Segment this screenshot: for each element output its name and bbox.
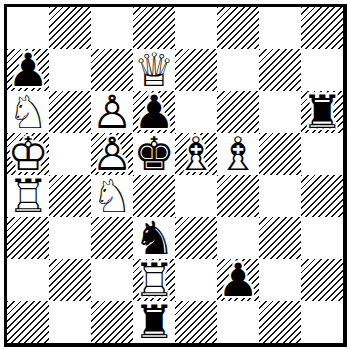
square-h5[interactable] [301,133,343,175]
square-g6[interactable] [259,91,301,133]
square-c8[interactable] [91,7,133,49]
square-b4[interactable] [49,175,91,217]
square-a3[interactable] [7,217,49,259]
square-b1[interactable] [49,301,91,343]
square-h3[interactable] [301,217,343,259]
black-rook-icon: ♜ [301,91,343,133]
white-knight-c4[interactable]: ♞♘ [91,175,133,217]
black-king-d5[interactable]: ♚ [133,133,175,175]
square-g5[interactable] [259,133,301,175]
black-pawn-f2[interactable]: ♟ [217,259,259,301]
square-f7[interactable] [217,49,259,91]
square-e4[interactable] [175,175,217,217]
square-f8[interactable] [217,7,259,49]
square-d5[interactable]: ♚ [133,133,175,175]
square-b3[interactable] [49,217,91,259]
square-b2[interactable] [49,259,91,301]
square-h4[interactable] [301,175,343,217]
square-f1[interactable] [217,301,259,343]
square-e5[interactable]: ♝♗ [175,133,217,175]
black-pawn-icon: ♟ [217,259,259,301]
square-a1[interactable] [7,301,49,343]
square-c1[interactable] [91,301,133,343]
chess-board: ♟♛♕♞♘♟♙♟♜♚♔♟♙♚♝♗♝♗♜♖♞♘♞♜♖♟♜ [4,4,347,347]
square-g2[interactable] [259,259,301,301]
square-b8[interactable] [49,7,91,49]
white-rook-icon: ♖ [7,175,49,217]
square-h2[interactable] [301,259,343,301]
black-rook-d1[interactable]: ♜ [133,301,175,343]
square-b6[interactable] [49,91,91,133]
white-rook-a4[interactable]: ♜♖ [7,175,49,217]
square-g1[interactable] [259,301,301,343]
square-h8[interactable] [301,7,343,49]
square-c3[interactable] [91,217,133,259]
square-d1[interactable]: ♜ [133,301,175,343]
white-bishop-f5[interactable]: ♝♗ [217,133,259,175]
square-h6[interactable]: ♜ [301,91,343,133]
square-e8[interactable] [175,7,217,49]
page-background: ♟♛♕♞♘♟♙♟♜♚♔♟♙♚♝♗♝♗♜♖♞♘♞♜♖♟♜ [0,0,350,350]
square-f5[interactable]: ♝♗ [217,133,259,175]
square-g7[interactable] [259,49,301,91]
white-bishop-icon: ♗ [175,133,217,175]
square-g3[interactable] [259,217,301,259]
white-bishop-icon: ♗ [217,133,259,175]
square-e3[interactable] [175,217,217,259]
square-g8[interactable] [259,7,301,49]
square-c2[interactable] [91,259,133,301]
square-c4[interactable]: ♞♘ [91,175,133,217]
black-rook-icon: ♜ [133,301,175,343]
black-king-icon: ♚ [133,133,175,175]
square-f4[interactable] [217,175,259,217]
white-bishop-e5[interactable]: ♝♗ [175,133,217,175]
white-knight-icon: ♘ [91,175,133,217]
square-b5[interactable] [49,133,91,175]
square-h1[interactable] [301,301,343,343]
square-e1[interactable] [175,301,217,343]
square-a4[interactable]: ♜♖ [7,175,49,217]
square-e7[interactable] [175,49,217,91]
square-a2[interactable] [7,259,49,301]
square-g4[interactable] [259,175,301,217]
square-b7[interactable] [49,49,91,91]
square-e2[interactable] [175,259,217,301]
square-f2[interactable]: ♟ [217,259,259,301]
black-rook-h6[interactable]: ♜ [301,91,343,133]
